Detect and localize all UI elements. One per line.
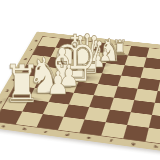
file-label: e	[87, 136, 92, 140]
file-label: g	[131, 141, 136, 145]
product-photo-scene: abcdefgh12345678 ♜♞♝♚♛♝♞♜♟♟♟♟♟♟♟♟	[0, 0, 160, 160]
file-label: b	[22, 127, 27, 131]
file-label: c	[44, 130, 49, 134]
rank-label: 8	[34, 39, 38, 42]
file-label: h	[154, 144, 159, 148]
file-label: a	[1, 124, 6, 128]
file-label: f	[109, 139, 113, 143]
white-pawn-piece: ♟	[47, 67, 70, 99]
white-rook-piece: ♜	[3, 58, 40, 110]
board-square	[146, 128, 160, 145]
file-label: d	[65, 133, 70, 137]
